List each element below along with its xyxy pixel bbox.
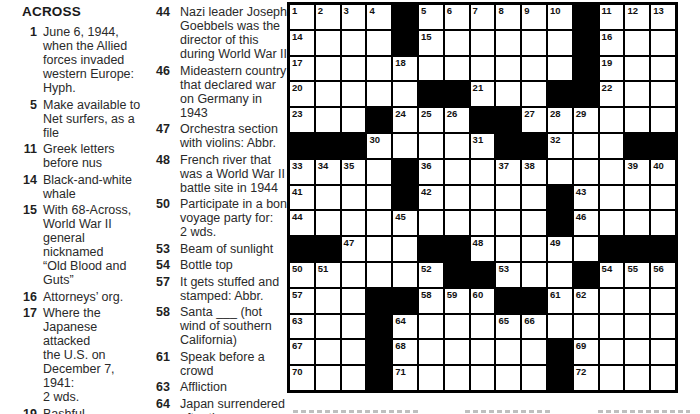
grid-cell-r8c7[interactable]	[445, 186, 469, 210]
cell-number: 3	[344, 5, 349, 16]
cell-number: 20	[292, 82, 303, 93]
clue-text: Black-and-white whale	[43, 173, 144, 201]
grid-cell-r1c1[interactable]: 1	[290, 5, 314, 29]
grid-cell-r6c13[interactable]	[600, 134, 624, 158]
clue-number: 58	[150, 305, 170, 347]
block-cell-r10c13	[600, 237, 624, 261]
cell-number: 27	[524, 108, 535, 119]
cut-off-text-fragment	[598, 410, 690, 413]
grid-cell-r13c15[interactable]	[651, 315, 675, 339]
clue-number: 15	[0, 203, 37, 287]
grid-cell-r10c5[interactable]	[393, 237, 417, 261]
grid-cell-r11c3[interactable]	[342, 263, 366, 287]
clue-text: With 68-Across, World War II general nic…	[43, 203, 144, 287]
grid-cell-r11c6[interactable]: 52	[419, 263, 443, 287]
grid-cell-r11c14[interactable]: 55	[625, 263, 649, 287]
grid-cell-r7c15[interactable]: 40	[651, 160, 675, 184]
clue-47-across: 47Orchestra section with violins: Abbr.	[150, 122, 290, 150]
grid-cell-r13c12[interactable]	[574, 315, 598, 339]
grid-cell-r4c3[interactable]	[342, 82, 366, 106]
cell-number: 33	[292, 160, 303, 171]
grid-cell-r12c6[interactable]: 58	[419, 289, 443, 313]
grid-cell-r5c15[interactable]	[651, 108, 675, 132]
cell-number: 39	[627, 160, 638, 171]
grid-cell-r9c2[interactable]	[316, 211, 340, 235]
grid-cell-r2c7[interactable]	[445, 31, 469, 55]
grid-cell-r14c2[interactable]	[316, 340, 340, 364]
grid-cell-r14c8[interactable]	[471, 340, 495, 364]
grid-cell-r12c3[interactable]	[342, 289, 366, 313]
block-cell-r6c14	[625, 134, 649, 158]
grid-cell-r10c8[interactable]: 48	[471, 237, 495, 261]
grid-cell-r3c6[interactable]	[419, 57, 443, 81]
clue-57-across: 57It gets stuffed and stamped: Abbr.	[150, 275, 290, 303]
block-cell-r6c1	[290, 134, 314, 158]
clue-text: Bottle top	[180, 258, 288, 272]
grid-cell-r12c12[interactable]: 62	[574, 289, 598, 313]
grid-cell-r4c15[interactable]	[651, 82, 675, 106]
clue-text: Orchestra section with violins: Abbr.	[180, 122, 288, 150]
grid-cell-r14c9[interactable]	[496, 340, 520, 364]
grid-cell-r7c10[interactable]: 38	[522, 160, 546, 184]
clue-text: Make available to Net surfers, as a file	[43, 98, 144, 140]
cell-number: 2	[318, 5, 323, 16]
grid-cell-r2c15[interactable]	[651, 31, 675, 55]
clue-number: 17	[0, 306, 37, 404]
cell-number: 6	[447, 5, 452, 16]
grid-cell-r6c4[interactable]: 30	[367, 134, 391, 158]
grid-cell-r2c1[interactable]: 14	[290, 31, 314, 55]
grid-cell-r1c7[interactable]: 6	[445, 5, 469, 29]
across-clues-list: 1June 6, 1944, when the Allied forces in…	[0, 25, 148, 414]
block-cell-r6c9	[496, 134, 520, 158]
grid-cell-r12c1[interactable]: 57	[290, 289, 314, 313]
grid-cell-r5c11[interactable]: 28	[548, 108, 572, 132]
cell-number: 62	[576, 289, 587, 300]
grid-cell-r3c1[interactable]: 17	[290, 57, 314, 81]
grid-cell-r14c6[interactable]	[419, 340, 443, 364]
block-cell-r14c11	[548, 340, 572, 364]
grid-cell-r2c3[interactable]	[342, 31, 366, 55]
cell-number: 47	[344, 237, 355, 248]
grid-cell-r1c4[interactable]: 4	[367, 5, 391, 29]
cell-number: 28	[550, 108, 561, 119]
grid-cell-r4c4[interactable]	[367, 82, 391, 106]
grid-cell-r2c14[interactable]	[625, 31, 649, 55]
grid-cell-r12c7[interactable]: 59	[445, 289, 469, 313]
block-cell-r5c4	[367, 108, 391, 132]
clue-text: Attorneys’ org.	[43, 290, 144, 304]
grid-cell-r2c6[interactable]: 15	[419, 31, 443, 55]
grid-cell-r3c9[interactable]	[496, 57, 520, 81]
grid-cell-r14c10[interactable]	[522, 340, 546, 364]
grid-cell-r12c13[interactable]	[600, 289, 624, 313]
grid-cell-r5c6[interactable]: 25	[419, 108, 443, 132]
grid-cell-r9c6[interactable]	[419, 211, 443, 235]
grid-cell-r7c13[interactable]	[600, 160, 624, 184]
grid-cell-r7c6[interactable]: 36	[419, 160, 443, 184]
clue-number: 61	[150, 350, 170, 378]
cell-number: 61	[550, 289, 561, 300]
clue-text: Bashful	[43, 407, 144, 414]
grid-cell-r13c10[interactable]: 66	[522, 315, 546, 339]
block-cell-r1c5	[393, 5, 417, 29]
grid-cell-r13c7[interactable]	[445, 315, 469, 339]
clue-54-across: 54Bottle top	[150, 258, 290, 272]
grid-cell-r8c10[interactable]	[522, 186, 546, 210]
clue-50-across: 50Participate in a bon voyage party for:…	[150, 197, 290, 239]
block-cell-r8c5	[393, 186, 417, 210]
grid-cell-r7c2[interactable]: 34	[316, 160, 340, 184]
grid-cell-r9c12[interactable]: 46	[574, 211, 598, 235]
block-cell-r10c6	[419, 237, 443, 261]
grid-cell-r8c8[interactable]	[471, 186, 495, 210]
block-cell-r11c7	[445, 263, 469, 287]
grid-cell-r11c11[interactable]	[548, 263, 572, 287]
grid-cell-r12c2[interactable]	[316, 289, 340, 313]
cell-number: 18	[395, 57, 406, 68]
grid-cell-r9c1[interactable]: 44	[290, 211, 314, 235]
grid-cell-r4c5[interactable]	[393, 82, 417, 106]
grid-cell-r2c2[interactable]	[316, 31, 340, 55]
grid-cell-r12c15[interactable]	[651, 289, 675, 313]
grid-cell-r8c4[interactable]	[367, 186, 391, 210]
grid-cell-r6c12[interactable]	[574, 134, 598, 158]
clue-column-left: ACROSS 1June 6, 1944, when the Allied fo…	[0, 4, 148, 414]
grid-cell-r1c10[interactable]: 9	[522, 5, 546, 29]
grid-cell-r6c6[interactable]	[419, 134, 443, 158]
grid-cell-r8c13[interactable]	[600, 186, 624, 210]
grid-cell-r5c10[interactable]: 27	[522, 108, 546, 132]
grid-cell-r15c14[interactable]	[625, 366, 649, 390]
grid-cell-r10c3[interactable]: 47	[342, 237, 366, 261]
cell-number: 34	[318, 160, 329, 171]
cell-number: 53	[498, 263, 509, 274]
clue-number: 46	[150, 64, 170, 120]
grid-cell-r11c5[interactable]	[393, 263, 417, 287]
grid-cell-r15c13[interactable]	[600, 366, 624, 390]
grid-cell-r1c15[interactable]: 13	[651, 5, 675, 29]
cell-number: 26	[447, 108, 458, 119]
grid-cell-r13c2[interactable]	[316, 315, 340, 339]
cell-number: 42	[421, 186, 432, 197]
cell-number: 59	[447, 289, 458, 300]
cell-number: 14	[292, 31, 303, 42]
grid-cell-r10c10[interactable]	[522, 237, 546, 261]
cell-number: 30	[369, 134, 380, 145]
clue-number: 57	[150, 275, 170, 303]
block-cell-r9c11	[548, 211, 572, 235]
clue-number: 47	[150, 122, 170, 150]
cell-number: 7	[473, 5, 478, 16]
clue-text: Mideastern country that declared war on …	[180, 64, 288, 120]
block-cell-r15c4	[367, 366, 391, 390]
grid-cell-r13c14[interactable]	[625, 315, 649, 339]
clue-1-across: 1June 6, 1944, when the Allied forces in…	[0, 25, 148, 95]
cell-number: 25	[421, 108, 432, 119]
grid-cell-r12c14[interactable]	[625, 289, 649, 313]
cell-number: 57	[292, 289, 303, 300]
grid-cell-r13c3[interactable]	[342, 315, 366, 339]
grid-cell-r15c7[interactable]	[445, 366, 469, 390]
grid-cell-r15c15[interactable]	[651, 366, 675, 390]
grid-cell-r7c3[interactable]: 35	[342, 160, 366, 184]
grid-cell-r8c1[interactable]: 41	[290, 186, 314, 210]
grid-cell-r5c5[interactable]: 24	[393, 108, 417, 132]
grid-cell-r8c6[interactable]: 42	[419, 186, 443, 210]
grid-cell-r3c10[interactable]	[522, 57, 546, 81]
grid-cell-r3c14[interactable]	[625, 57, 649, 81]
clue-64-across: 64Japan surrendered after these were	[150, 397, 290, 414]
clue-14-across: 14Black-and-white whale	[0, 173, 148, 201]
cell-number: 50	[292, 263, 303, 274]
grid-cell-r15c5[interactable]: 71	[393, 366, 417, 390]
clue-text: Nazi leader Joseph Goebbels was the dire…	[180, 5, 288, 61]
grid-cell-r11c2[interactable]: 51	[316, 263, 340, 287]
grid-cell-r14c1[interactable]: 67	[290, 340, 314, 364]
grid-cell-r5c12[interactable]: 29	[574, 108, 598, 132]
grid-cell-r9c14[interactable]	[625, 211, 649, 235]
grid-cell-r2c8[interactable]	[471, 31, 495, 55]
across-clues-list-continued: 44Nazi leader Joseph Goebbels was the di…	[150, 5, 290, 414]
cell-number: 56	[653, 263, 664, 274]
grid-cell-r8c14[interactable]	[625, 186, 649, 210]
grid-cell-r5c13[interactable]	[600, 108, 624, 132]
grid-cell-r5c2[interactable]	[316, 108, 340, 132]
grid-cell-r3c15[interactable]	[651, 57, 675, 81]
grid-cell-r2c4[interactable]	[367, 31, 391, 55]
grid-cell-r8c9[interactable]	[496, 186, 520, 210]
cell-number: 41	[292, 186, 303, 197]
clue-text: Where the Japanese attacked the U.S. on …	[43, 306, 144, 404]
grid-cell-r11c1[interactable]: 50	[290, 263, 314, 287]
cell-number: 1	[292, 5, 297, 16]
cell-number: 37	[498, 160, 509, 171]
grid-cell-r10c4[interactable]	[367, 237, 391, 261]
grid-cell-r10c12[interactable]	[574, 237, 598, 261]
cell-number: 12	[627, 5, 638, 16]
grid-cell-r1c9[interactable]: 8	[496, 5, 520, 29]
clue-63-across: 63Affliction	[150, 380, 290, 394]
grid-cell-r8c12[interactable]: 43	[574, 186, 598, 210]
grid-cell-r15c1[interactable]: 70	[290, 366, 314, 390]
grid-cell-r6c7[interactable]	[445, 134, 469, 158]
cell-number: 48	[473, 237, 484, 248]
cell-number: 13	[653, 5, 664, 16]
cell-number: 4	[369, 5, 374, 16]
grid-cell-r1c3[interactable]: 3	[342, 5, 366, 29]
grid-cell-r15c12[interactable]: 72	[574, 366, 598, 390]
grid-cell-r14c15[interactable]	[651, 340, 675, 364]
grid-cell-r7c11[interactable]	[548, 160, 572, 184]
grid-cell-r9c8[interactable]	[471, 211, 495, 235]
grid-cell-r11c4[interactable]	[367, 263, 391, 287]
block-cell-r11c12	[574, 263, 598, 287]
grid-cell-r9c5[interactable]: 45	[393, 211, 417, 235]
clue-text: June 6, 1944, when the Allied forces inv…	[43, 25, 144, 95]
grid-cell-r13c13[interactable]	[600, 315, 624, 339]
grid-cell-r14c12[interactable]: 69	[574, 340, 598, 364]
grid-cell-r9c9[interactable]	[496, 211, 520, 235]
block-cell-r5c8	[471, 108, 495, 132]
grid-cell-r9c3[interactable]	[342, 211, 366, 235]
cell-number: 58	[421, 289, 432, 300]
clue-16-across: 16Attorneys’ org.	[0, 290, 148, 304]
cell-number: 67	[292, 340, 303, 351]
clue-number: 14	[0, 173, 37, 201]
clue-number: 54	[150, 258, 170, 272]
cell-number: 63	[292, 315, 303, 326]
clue-61-across: 61Speak before a crowd	[150, 350, 290, 378]
block-cell-r4c11	[548, 82, 572, 106]
cell-number: 32	[550, 134, 561, 145]
grid-cell-r5c1[interactable]: 23	[290, 108, 314, 132]
clue-number: 16	[0, 290, 37, 304]
grid-cell-r11c10[interactable]	[522, 263, 546, 287]
grid-cell-r3c5[interactable]: 18	[393, 57, 417, 81]
grid-cell-r15c6[interactable]	[419, 366, 443, 390]
grid-cell-r6c11[interactable]: 32	[548, 134, 572, 158]
clue-text: Japan surrendered after these were	[180, 397, 288, 414]
grid-cell-r4c2[interactable]	[316, 82, 340, 106]
grid-cell-r1c6[interactable]: 5	[419, 5, 443, 29]
block-cell-r1c12	[574, 5, 598, 29]
grid-cell-r8c15[interactable]	[651, 186, 675, 210]
grid-cell-r13c5[interactable]: 64	[393, 315, 417, 339]
grid-cell-r3c8[interactable]	[471, 57, 495, 81]
grid-cell-r5c14[interactable]	[625, 108, 649, 132]
grid-cell-r2c9[interactable]	[496, 31, 520, 55]
clue-number: 50	[150, 197, 170, 239]
clue-48-across: 48French river that was a World War II b…	[150, 153, 290, 195]
grid-cell-r9c15[interactable]	[651, 211, 675, 235]
grid-cell-r2c11[interactable]	[548, 31, 572, 55]
cell-number: 17	[292, 57, 303, 68]
block-cell-r7c5	[393, 160, 417, 184]
grid-cell-r8c3[interactable]	[342, 186, 366, 210]
grid-cell-r9c7[interactable]	[445, 211, 469, 235]
grid-cell-r13c6[interactable]	[419, 315, 443, 339]
grid-cell-r3c4[interactable]	[367, 57, 391, 81]
grid-cell-r3c2[interactable]	[316, 57, 340, 81]
grid-cell-r7c9[interactable]: 37	[496, 160, 520, 184]
cell-number: 23	[292, 108, 303, 119]
grid-cell-r3c3[interactable]	[342, 57, 366, 81]
grid-cell-r4c14[interactable]	[625, 82, 649, 106]
grid-cell-r7c14[interactable]: 39	[625, 160, 649, 184]
cut-off-text-fragment	[465, 410, 553, 413]
grid-cell-r2c13[interactable]: 16	[600, 31, 624, 55]
grid-cell-r6c5[interactable]	[393, 134, 417, 158]
grid-cell-r15c8[interactable]	[471, 366, 495, 390]
across-header: ACROSS	[22, 4, 148, 19]
cell-number: 70	[292, 366, 303, 377]
block-cell-r10c14	[625, 237, 649, 261]
cell-number: 22	[602, 82, 613, 93]
grid-cell-r14c3[interactable]	[342, 340, 366, 364]
grid-cell-r7c7[interactable]	[445, 160, 469, 184]
grid-cell-r15c2[interactable]	[316, 366, 340, 390]
grid-cell-r1c2[interactable]: 2	[316, 5, 340, 29]
grid-cell-r13c11[interactable]	[548, 315, 572, 339]
grid-cell-r13c9[interactable]: 65	[496, 315, 520, 339]
block-cell-r6c10	[522, 134, 546, 158]
cell-number: 51	[318, 263, 329, 274]
clue-text: It gets stuffed and stamped: Abbr.	[180, 275, 288, 303]
block-cell-r6c15	[651, 134, 675, 158]
grid-cell-r10c11[interactable]: 49	[548, 237, 572, 261]
grid-cell-r14c7[interactable]	[445, 340, 469, 364]
grid-cell-r1c11[interactable]: 10	[548, 5, 572, 29]
grid-cell-r15c10[interactable]	[522, 366, 546, 390]
grid-cell-r7c8[interactable]	[471, 160, 495, 184]
grid-cell-r9c10[interactable]	[522, 211, 546, 235]
grid-cell-r10c9[interactable]	[496, 237, 520, 261]
grid-cell-r7c12[interactable]	[574, 160, 598, 184]
grid-cell-r4c8[interactable]: 21	[471, 82, 495, 106]
grid-cell-r15c3[interactable]	[342, 366, 366, 390]
grid-cell-r4c13[interactable]: 22	[600, 82, 624, 106]
grid-cell-r8c2[interactable]	[316, 186, 340, 210]
grid-cell-r5c7[interactable]: 26	[445, 108, 469, 132]
clue-text: Speak before a crowd	[180, 350, 288, 378]
cell-number: 31	[473, 134, 484, 145]
clue-column-middle: 44Nazi leader Joseph Goebbels was the di…	[150, 5, 290, 414]
clue-46-across: 46Mideastern country that declared war o…	[150, 64, 290, 120]
grid-cell-r12c8[interactable]: 60	[471, 289, 495, 313]
grid-cell-r15c9[interactable]	[496, 366, 520, 390]
cell-number: 8	[498, 5, 503, 16]
clue-text: French river that was a World War II bat…	[180, 153, 288, 195]
grid-cell-r4c10[interactable]	[522, 82, 546, 106]
grid-cell-r1c8[interactable]: 7	[471, 5, 495, 29]
clue-number: 11	[0, 142, 37, 170]
grid-cell-r11c15[interactable]: 56	[651, 263, 675, 287]
block-cell-r13c4	[367, 315, 391, 339]
grid-cell-r11c9[interactable]: 53	[496, 263, 520, 287]
block-cell-r2c5	[393, 31, 417, 55]
block-cell-r14c4	[367, 340, 391, 364]
grid-cell-r1c13[interactable]: 11	[600, 5, 624, 29]
grid-cell-r2c10[interactable]	[522, 31, 546, 55]
grid-cell-r6c8[interactable]: 31	[471, 134, 495, 158]
grid-cell-r12c11[interactable]: 61	[548, 289, 572, 313]
grid-cell-r13c1[interactable]: 63	[290, 315, 314, 339]
grid-cell-r4c9[interactable]	[496, 82, 520, 106]
grid-cell-r3c13[interactable]: 19	[600, 57, 624, 81]
cell-number: 40	[653, 160, 664, 171]
grid-cell-r5c3[interactable]	[342, 108, 366, 132]
grid-cell-r3c7[interactable]	[445, 57, 469, 81]
cell-number: 21	[473, 82, 484, 93]
grid-cell-r1c14[interactable]: 12	[625, 5, 649, 29]
grid-cell-r7c1[interactable]: 33	[290, 160, 314, 184]
grid-cell-r7c4[interactable]	[367, 160, 391, 184]
grid-cell-r14c5[interactable]: 68	[393, 340, 417, 364]
grid-cell-r3c11[interactable]	[548, 57, 572, 81]
cell-number: 24	[395, 108, 406, 119]
clue-19-across: 19Bashful	[0, 407, 148, 414]
grid-cell-r4c1[interactable]: 20	[290, 82, 314, 106]
cell-number: 16	[602, 31, 613, 42]
grid-cell-r9c4[interactable]	[367, 211, 391, 235]
grid-cell-r14c14[interactable]	[625, 340, 649, 364]
grid-cell-r13c8[interactable]	[471, 315, 495, 339]
grid-cell-r9c13[interactable]	[600, 211, 624, 235]
cell-number: 55	[627, 263, 638, 274]
grid-cell-r14c13[interactable]	[600, 340, 624, 364]
grid-cell-r11c13[interactable]: 54	[600, 263, 624, 287]
